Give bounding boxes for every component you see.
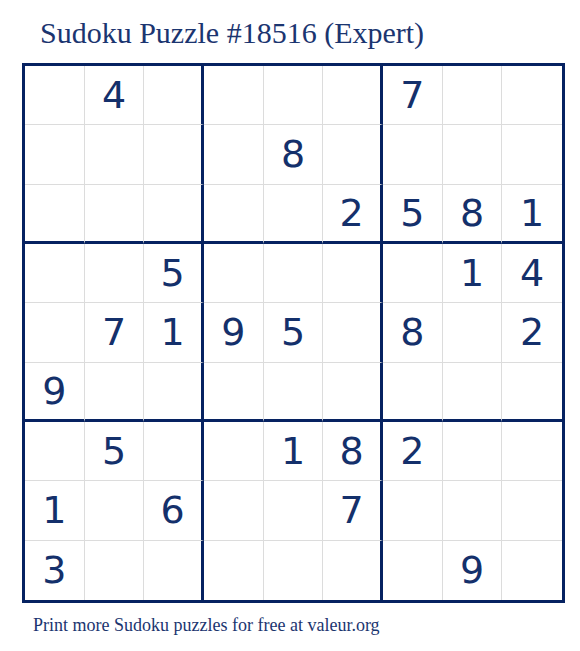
sudoku-cell-r2c5: 8 — [264, 125, 324, 184]
sudoku-cell-r5c6 — [323, 303, 383, 362]
sudoku-cell-r3c6: 2 — [323, 185, 383, 244]
sudoku-cell-r3c7: 5 — [383, 185, 443, 244]
sudoku-cell-r8c9 — [502, 481, 562, 540]
sudoku-cell-r8c6: 7 — [323, 481, 383, 540]
sudoku-cell-r9c2 — [85, 541, 145, 600]
sudoku-cell-r7c7: 2 — [383, 422, 443, 481]
sudoku-cell-r1c3 — [144, 66, 204, 125]
sudoku-cell-r7c9 — [502, 422, 562, 481]
sudoku-cell-r8c5 — [264, 481, 324, 540]
sudoku-cell-r8c8 — [443, 481, 503, 540]
sudoku-cell-r7c8 — [443, 422, 503, 481]
sudoku-cell-r7c5: 1 — [264, 422, 324, 481]
sudoku-cell-r8c2 — [85, 481, 145, 540]
page-title: Sudoku Puzzle #18516 (Expert) — [40, 16, 424, 49]
sudoku-cell-r8c4 — [204, 481, 264, 540]
footer-text: Print more Sudoku puzzles for free at va… — [33, 615, 380, 636]
sudoku-cell-r3c2 — [85, 185, 145, 244]
sudoku-cell-r6c3 — [144, 363, 204, 422]
sudoku-cell-r2c2 — [85, 125, 145, 184]
sudoku-cell-r7c1 — [25, 422, 85, 481]
sudoku-cell-r6c9 — [502, 363, 562, 422]
sudoku-cell-r1c1 — [25, 66, 85, 125]
sudoku-cell-r4c4 — [204, 244, 264, 303]
sudoku-cell-r9c8: 9 — [443, 541, 503, 600]
sudoku-cell-r4c2 — [85, 244, 145, 303]
sudoku-cell-r4c8: 1 — [443, 244, 503, 303]
sudoku-cell-r9c9 — [502, 541, 562, 600]
sudoku-cell-r5c9: 2 — [502, 303, 562, 362]
sudoku-cell-r4c9: 4 — [502, 244, 562, 303]
sudoku-cell-r1c9 — [502, 66, 562, 125]
sudoku-cell-r4c6 — [323, 244, 383, 303]
sudoku-cell-r6c5 — [264, 363, 324, 422]
sudoku-cell-r9c7 — [383, 541, 443, 600]
sudoku-cell-r5c5: 5 — [264, 303, 324, 362]
sudoku-cell-r4c1 — [25, 244, 85, 303]
sudoku-cell-r5c8 — [443, 303, 503, 362]
sudoku-cell-r9c1: 3 — [25, 541, 85, 600]
sudoku-cell-r3c4 — [204, 185, 264, 244]
sudoku-cell-r3c9: 1 — [502, 185, 562, 244]
sudoku-cell-r4c3: 5 — [144, 244, 204, 303]
sudoku-cell-r9c5 — [264, 541, 324, 600]
sudoku-cell-r2c7 — [383, 125, 443, 184]
sudoku-cell-r2c9 — [502, 125, 562, 184]
sudoku-cell-r9c4 — [204, 541, 264, 600]
sudoku-cell-r6c4 — [204, 363, 264, 422]
sudoku-cell-r1c6 — [323, 66, 383, 125]
sudoku-cell-r1c4 — [204, 66, 264, 125]
sudoku-cell-r7c4 — [204, 422, 264, 481]
sudoku-cell-r5c1 — [25, 303, 85, 362]
sudoku-cell-r3c8: 8 — [443, 185, 503, 244]
sudoku-cell-r3c5 — [264, 185, 324, 244]
sudoku-cell-r5c3: 1 — [144, 303, 204, 362]
sudoku-cell-r6c7 — [383, 363, 443, 422]
sudoku-cell-r1c8 — [443, 66, 503, 125]
sudoku-cell-r5c7: 8 — [383, 303, 443, 362]
sudoku-cell-r8c3: 6 — [144, 481, 204, 540]
sudoku-cell-r6c2 — [85, 363, 145, 422]
sudoku-cell-r7c3 — [144, 422, 204, 481]
sudoku-grid: 47825815147195829518216739 — [22, 63, 565, 603]
sudoku-cell-r6c1: 9 — [25, 363, 85, 422]
sudoku-cell-r5c4: 9 — [204, 303, 264, 362]
sudoku-cell-r3c3 — [144, 185, 204, 244]
sudoku-cell-r2c1 — [25, 125, 85, 184]
sudoku-cell-r1c5 — [264, 66, 324, 125]
sudoku-cell-r8c7 — [383, 481, 443, 540]
sudoku-cell-r1c2: 4 — [85, 66, 145, 125]
sudoku-cell-r6c8 — [443, 363, 503, 422]
sudoku-cell-r5c2: 7 — [85, 303, 145, 362]
sudoku-cell-r6c6 — [323, 363, 383, 422]
sudoku-cell-r8c1: 1 — [25, 481, 85, 540]
sudoku-cell-r2c4 — [204, 125, 264, 184]
sudoku-cell-r2c6 — [323, 125, 383, 184]
sudoku-cell-r3c1 — [25, 185, 85, 244]
sudoku-cell-r4c5 — [264, 244, 324, 303]
sudoku-page: Sudoku Puzzle #18516 (Expert) 4782581514… — [0, 0, 580, 651]
sudoku-cell-r9c3 — [144, 541, 204, 600]
sudoku-cell-r1c7: 7 — [383, 66, 443, 125]
sudoku-cell-r9c6 — [323, 541, 383, 600]
sudoku-cell-r4c7 — [383, 244, 443, 303]
sudoku-cell-r2c8 — [443, 125, 503, 184]
sudoku-cell-r7c2: 5 — [85, 422, 145, 481]
sudoku-cell-r7c6: 8 — [323, 422, 383, 481]
sudoku-cell-r2c3 — [144, 125, 204, 184]
